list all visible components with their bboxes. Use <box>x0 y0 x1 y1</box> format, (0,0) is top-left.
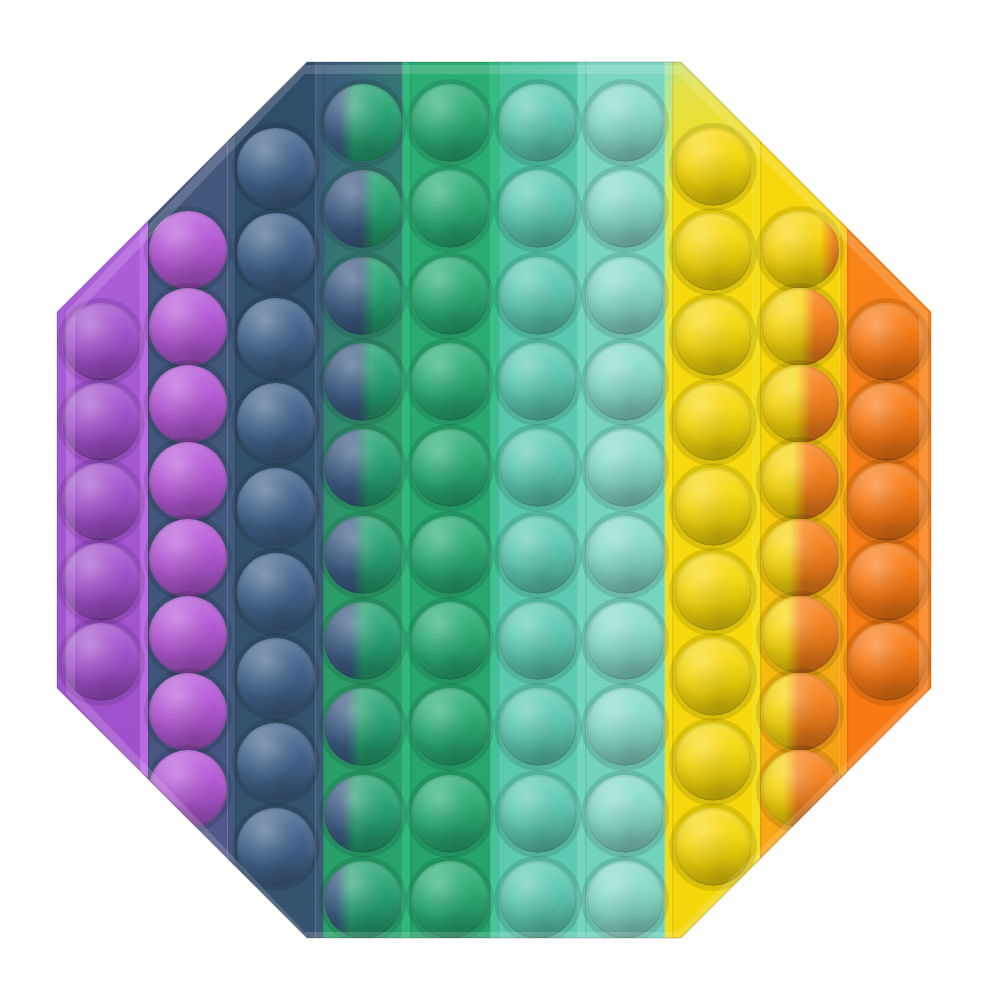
bubble-c4-r7[interactable] <box>324 602 402 680</box>
bubble-c1-r4[interactable] <box>62 543 140 621</box>
bubble-c5-r8[interactable] <box>411 688 489 766</box>
bubble-c9-r1[interactable] <box>761 211 839 289</box>
pop-it-board <box>0 0 1000 1000</box>
channel-ridge-5 <box>491 0 498 1000</box>
bubble-c5-r4[interactable] <box>411 343 489 421</box>
bubble-c5-r1[interactable] <box>411 84 489 162</box>
bubble-c3-r1[interactable] <box>237 128 315 206</box>
bubble-c2-r7[interactable] <box>149 673 227 751</box>
channel-ridge-7 <box>665 0 672 1000</box>
bubble-c10-r3[interactable] <box>848 463 926 541</box>
bubble-c3-r3[interactable] <box>237 298 315 376</box>
bubble-c7-r8[interactable] <box>586 688 664 766</box>
stage <box>0 0 1000 1000</box>
bubble-c3-r7[interactable] <box>237 638 315 716</box>
bubble-c2-r3[interactable] <box>149 365 227 443</box>
bubble-c9-r2[interactable] <box>761 288 839 366</box>
bubble-c3-r4[interactable] <box>237 383 315 461</box>
bubble-c8-r7[interactable] <box>674 638 752 716</box>
bubble-c1-r1[interactable] <box>62 303 140 381</box>
bubble-c10-r2[interactable] <box>848 383 926 461</box>
bubble-c2-r8[interactable] <box>149 750 227 828</box>
bubble-c3-r2[interactable] <box>237 213 315 291</box>
bubble-c4-r2[interactable] <box>324 170 402 248</box>
channel-ridge-6 <box>578 0 585 1000</box>
bubble-c8-r6[interactable] <box>674 553 752 631</box>
bubble-c9-r4[interactable] <box>761 442 839 520</box>
bubble-c4-r6[interactable] <box>324 516 402 594</box>
bubble-c4-r1[interactable] <box>324 84 402 162</box>
bubble-c6-r8[interactable] <box>499 688 577 766</box>
bubble-c6-r9[interactable] <box>499 775 577 853</box>
bubble-c2-r6[interactable] <box>149 596 227 674</box>
bubble-c9-r6[interactable] <box>761 596 839 674</box>
bubble-c8-r1[interactable] <box>674 128 752 206</box>
bubble-c6-r10[interactable] <box>499 861 577 939</box>
channel-ridge-9 <box>840 0 847 1000</box>
bubble-c4-r9[interactable] <box>324 775 402 853</box>
bubble-c5-r9[interactable] <box>411 775 489 853</box>
bubble-c3-r9[interactable] <box>237 808 315 886</box>
bubble-c8-r3[interactable] <box>674 298 752 376</box>
channel-ridge-1 <box>141 0 148 1000</box>
bubble-c4-r3[interactable] <box>324 257 402 335</box>
bubble-c7-r9[interactable] <box>586 775 664 853</box>
bubble-c7-r3[interactable] <box>586 257 664 335</box>
bubble-c9-r5[interactable] <box>761 519 839 597</box>
bubble-c10-r1[interactable] <box>848 303 926 381</box>
bubble-c9-r8[interactable] <box>761 750 839 828</box>
bubble-c6-r1[interactable] <box>499 84 577 162</box>
bubble-c10-r5[interactable] <box>848 623 926 701</box>
bubble-c5-r3[interactable] <box>411 257 489 335</box>
bubble-c1-r5[interactable] <box>62 623 140 701</box>
bubble-c3-r6[interactable] <box>237 553 315 631</box>
bubble-c3-r8[interactable] <box>237 723 315 801</box>
bubble-c1-r2[interactable] <box>62 383 140 461</box>
bubble-c5-r10[interactable] <box>411 861 489 939</box>
bubble-c10-r4[interactable] <box>848 543 926 621</box>
bubble-c4-r10[interactable] <box>324 861 402 939</box>
bubble-c5-r5[interactable] <box>411 429 489 507</box>
bubble-c4-r5[interactable] <box>324 429 402 507</box>
bubble-c6-r6[interactable] <box>499 516 577 594</box>
bubble-c2-r2[interactable] <box>149 288 227 366</box>
channel-ridge-4 <box>403 0 410 1000</box>
bubble-c8-r5[interactable] <box>674 468 752 546</box>
bubble-c3-r5[interactable] <box>237 468 315 546</box>
bubble-c4-r4[interactable] <box>324 343 402 421</box>
bubble-c7-r5[interactable] <box>586 429 664 507</box>
bubble-c6-r3[interactable] <box>499 257 577 335</box>
bubble-c7-r1[interactable] <box>586 84 664 162</box>
bubble-c1-r3[interactable] <box>62 463 140 541</box>
channel-ridge-3 <box>316 0 323 1000</box>
bubble-c6-r5[interactable] <box>499 429 577 507</box>
bubble-c8-r9[interactable] <box>674 808 752 886</box>
channel-ridge-8 <box>753 0 760 1000</box>
bubble-c7-r4[interactable] <box>586 343 664 421</box>
bubble-c5-r2[interactable] <box>411 170 489 248</box>
bubble-c9-r7[interactable] <box>761 673 839 751</box>
bubble-c2-r5[interactable] <box>149 519 227 597</box>
bubble-c7-r7[interactable] <box>586 602 664 680</box>
bubble-c6-r7[interactable] <box>499 602 577 680</box>
channel-ridge-2 <box>228 0 235 1000</box>
bubble-c4-r8[interactable] <box>324 688 402 766</box>
bubble-c2-r1[interactable] <box>149 211 227 289</box>
bubble-c5-r7[interactable] <box>411 602 489 680</box>
bubble-c6-r2[interactable] <box>499 170 577 248</box>
bubble-c5-r6[interactable] <box>411 516 489 594</box>
bubble-c7-r6[interactable] <box>586 516 664 594</box>
bubble-c8-r4[interactable] <box>674 383 752 461</box>
bubble-c9-r3[interactable] <box>761 365 839 443</box>
bubble-c2-r4[interactable] <box>149 442 227 520</box>
bubble-c7-r2[interactable] <box>586 170 664 248</box>
bubble-c7-r10[interactable] <box>586 861 664 939</box>
bubble-c8-r8[interactable] <box>674 723 752 801</box>
bubble-c8-r2[interactable] <box>674 213 752 291</box>
bubble-c6-r4[interactable] <box>499 343 577 421</box>
